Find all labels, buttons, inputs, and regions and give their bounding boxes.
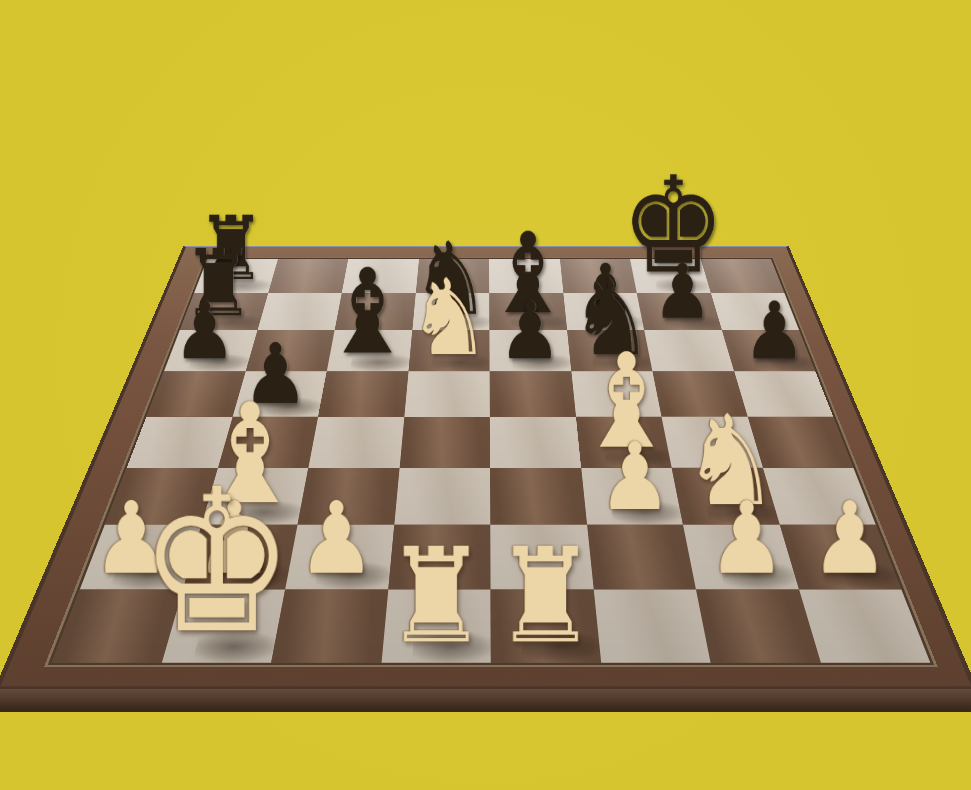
white-pawn-h2[interactable]: ♟ [810,488,888,588]
square-f3[interactable]: ♟ [580,468,682,525]
square-e4[interactable] [489,417,580,468]
square-b1[interactable]: ♚ [161,589,285,663]
square-e3[interactable] [490,468,587,525]
black-pawn-g7[interactable]: ♟ [653,254,712,329]
black-pawn-h6[interactable]: ♟ [743,291,805,370]
square-c2[interactable]: ♟ [285,525,394,590]
square-c5[interactable] [318,371,408,417]
board-frame: ♜♚♜♞♝♟♟♟♝♞♟♞♟♟♝♝♟♞♟♟♟♟♟♚♜♜ [0,246,971,690]
square-d4[interactable] [399,417,490,468]
white-rook-e1[interactable]: ♜ [494,530,597,661]
square-c4[interactable] [308,417,404,468]
white-pawn-f3[interactable]: ♟ [597,430,671,524]
square-f1[interactable] [593,589,710,663]
scene: ♜♚♜♞♝♟♟♟♝♞♟♞♟♟♝♝♟♞♟♟♟♟♟♚♜♜ [0,0,971,790]
white-king-b1[interactable]: ♚ [138,463,294,661]
black-pawn-e6[interactable]: ♟ [499,291,561,370]
square-d3[interactable] [393,468,489,525]
square-h2[interactable]: ♟ [779,525,901,590]
black-pawn-a6[interactable]: ♟ [173,291,235,370]
square-e6[interactable]: ♟ [489,330,571,371]
square-d5[interactable] [403,371,489,417]
square-e5[interactable] [489,371,575,417]
square-f2[interactable] [586,525,695,590]
white-pawn-c2[interactable]: ♟ [297,488,375,588]
chess-board: ♜♚♜♞♝♟♟♟♝♞♟♞♟♟♝♝♟♞♟♟♟♟♟♚♜♜ [0,246,971,690]
square-d1[interactable]: ♜ [381,589,491,663]
square-d6[interactable]: ♞ [408,330,489,371]
square-g2[interactable]: ♟ [683,525,799,590]
white-rook-d1[interactable]: ♜ [384,530,487,661]
white-knight-d6[interactable]: ♞ [407,265,490,370]
square-h6[interactable]: ♟ [721,330,815,371]
square-c6[interactable]: ♝ [326,330,411,371]
white-pawn-g2[interactable]: ♟ [707,488,785,588]
square-h1[interactable] [798,589,930,663]
square-e1[interactable]: ♜ [490,589,600,663]
board-grid: ♜♚♜♞♝♟♟♟♝♞♟♞♟♟♝♝♟♞♟♟♟♟♟♚♜♜ [51,259,930,663]
board-side-face [0,689,971,712]
black-bishop-c6[interactable]: ♝ [321,253,413,370]
